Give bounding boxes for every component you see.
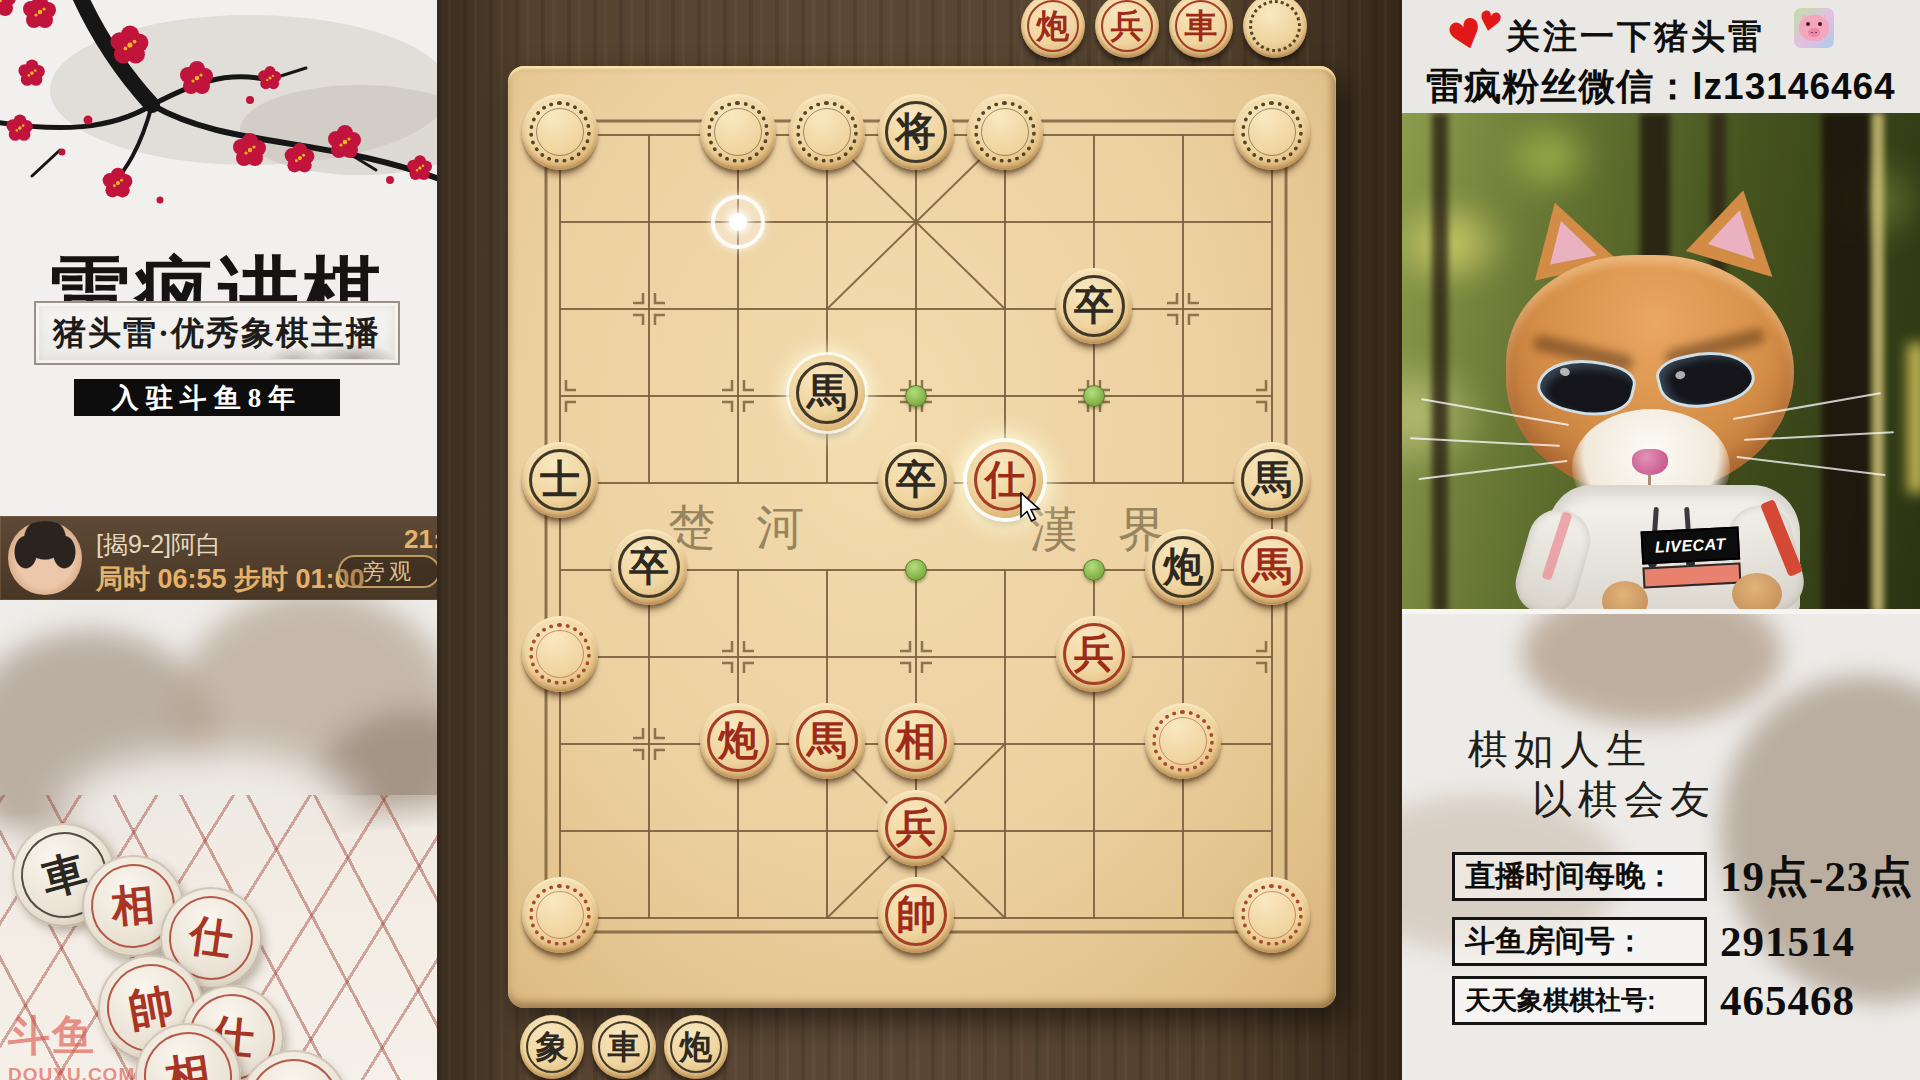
info-label: 斗鱼房间号： xyxy=(1452,917,1707,966)
info-row: 天天象棋棋社号:465468 xyxy=(1402,976,1920,1028)
piece-red-炮-r7c2[interactable]: 炮 xyxy=(700,703,776,779)
piece-red-馬-r5c8[interactable]: 馬 xyxy=(1234,529,1310,605)
player-name: [揭9-2]阿白 xyxy=(96,528,221,561)
opponent-player-bar: [揭9-2]阿白 局时 06:55 步时 01:00 21:4 旁观 xyxy=(0,516,437,600)
piece-black-炮-r5c7[interactable]: 炮 xyxy=(1145,529,1221,605)
piece-hidden-red-r9c8[interactable] xyxy=(1234,877,1310,953)
piece-red-兵-r6c6[interactable]: 兵 xyxy=(1056,616,1132,692)
river-label-left: 楚 河 xyxy=(668,501,818,554)
info-label: 天天象棋棋社号: xyxy=(1452,976,1707,1025)
left-branding-panel: 雷疯讲棋 猪头雷·优秀象棋主播 入驻斗鱼8年 [揭9-2]阿白 局时 06:55… xyxy=(0,0,437,1080)
info-value: 19点-23点 xyxy=(1720,852,1913,901)
piece-black-卒-r4c4[interactable]: 卒 xyxy=(878,442,954,518)
move-hint-dot[interactable] xyxy=(905,559,927,581)
douyu-watermark-cn: 斗鱼 xyxy=(8,1008,135,1064)
piece-red-帥-r9c4[interactable]: 帥 xyxy=(878,877,954,953)
streamer-subtitle: 猪头雷·优秀象棋主播 xyxy=(53,311,381,356)
douyu-watermark: 斗鱼 DOUYU.COM xyxy=(8,1008,135,1080)
game-area: 炮兵車 楚 河 漢 界 将卒馬士卒仕馬卒炮馬兵炮馬相兵帥 象車炮 xyxy=(437,0,1402,1080)
captured-top-hidden xyxy=(1243,0,1307,58)
piece-black-馬-r4c8[interactable]: 馬 xyxy=(1234,442,1310,518)
quote-line-1: 棋如人生 xyxy=(1468,722,1652,777)
captured-top-r-炮: 炮 xyxy=(1021,0,1085,58)
cat-nose xyxy=(1632,449,1668,475)
plum-blossom-art xyxy=(0,0,437,215)
info-panel: 棋如人生 以棋会友 直播时间每晚：19点-23点斗鱼房间号：291514天天象棋… xyxy=(1402,614,1920,1080)
cat-mascot-scene: LIVECAT xyxy=(1402,113,1920,611)
captured-top-r-兵: 兵 xyxy=(1095,0,1159,58)
info-value: 465468 xyxy=(1720,976,1855,1025)
hoodie-label: LIVECAT xyxy=(1641,526,1742,588)
info-label: 直播时间每晚： xyxy=(1452,852,1707,901)
piece-hidden-black-r0c3[interactable] xyxy=(789,94,865,170)
info-row: 斗鱼房间号：291514 xyxy=(1402,917,1920,969)
follow-promo-bar: ♥ ♥ 关注一下猪头雷 雷疯粉丝微信：lz13146464 xyxy=(1402,0,1920,113)
follow-text: 关注一下猪头雷 xyxy=(1506,14,1765,60)
piece-black-卒-r2c6[interactable]: 卒 xyxy=(1056,268,1132,344)
cat-paw-right xyxy=(1732,573,1782,611)
piece-hidden-black-r0c0[interactable] xyxy=(522,94,598,170)
stream-screenshot: 雷疯讲棋 猪头雷·优秀象棋主播 入驻斗鱼8年 [揭9-2]阿白 局时 06:55… xyxy=(0,0,1920,1080)
wall-clock: 21:4 xyxy=(404,524,437,555)
quote-line-2: 以棋会友 xyxy=(1532,772,1716,827)
move-hint-dot[interactable] xyxy=(1083,385,1105,407)
mountain-shape xyxy=(1522,614,1782,724)
piece-black-将-r0c4[interactable]: 将 xyxy=(878,94,954,170)
move-origin-ring xyxy=(711,195,765,249)
streamer-subtitle-banner: 猪头雷·优秀象棋主播 xyxy=(34,301,400,365)
wechat-line: 雷疯粉丝微信：lz13146464 xyxy=(1402,62,1920,112)
years-ribbon: 入驻斗鱼8年 xyxy=(74,379,340,416)
piece-hidden-black-r0c5[interactable] xyxy=(967,94,1043,170)
move-hint-dot[interactable] xyxy=(1083,559,1105,581)
captured-bottom-b-象: 象 xyxy=(520,1015,584,1079)
piece-red-兵-r8c4[interactable]: 兵 xyxy=(878,790,954,866)
piece-hidden-red-r9c0[interactable] xyxy=(522,877,598,953)
spectate-button[interactable]: 旁观 xyxy=(338,555,437,588)
right-stream-panel: ♥ ♥ 关注一下猪头雷 雷疯粉丝微信：lz13146464 xyxy=(1402,0,1920,1080)
xiangqi-board[interactable]: 楚 河 漢 界 将卒馬士卒仕馬卒炮馬兵炮馬相兵帥 xyxy=(508,66,1336,1008)
move-hint-dot[interactable] xyxy=(905,385,927,407)
piece-hidden-red-r7c7[interactable] xyxy=(1145,703,1221,779)
piece-hidden-black-r0c8[interactable] xyxy=(1234,94,1310,170)
tree-trunk xyxy=(1822,113,1870,611)
captured-top-r-車: 車 xyxy=(1169,0,1233,58)
piece-red-相-r7c4[interactable]: 相 xyxy=(878,703,954,779)
player-avatar xyxy=(8,521,82,595)
piece-black-馬-r3c3[interactable]: 馬 xyxy=(789,355,865,431)
heart-icon: ♥ xyxy=(1475,4,1505,39)
tree-light-edge xyxy=(1872,113,1884,611)
sunlight-sliver xyxy=(1908,343,1920,493)
hoodie-label-text: LIVECAT xyxy=(1641,526,1741,564)
player-timers: 局时 06:55 步时 01:00 xyxy=(96,561,365,597)
piece-hidden-red-r6c0[interactable] xyxy=(522,616,598,692)
piece-hidden-black-r0c2[interactable] xyxy=(700,94,776,170)
piece-red-馬-r7c3[interactable]: 馬 xyxy=(789,703,865,779)
pig-emoji-icon xyxy=(1794,8,1834,48)
piece-black-卒-r5c1[interactable]: 卒 xyxy=(611,529,687,605)
douyu-watermark-url: DOUYU.COM xyxy=(8,1064,135,1080)
mouse-cursor xyxy=(1018,492,1046,524)
tree-trunk xyxy=(1432,113,1448,611)
info-value: 291514 xyxy=(1720,917,1855,966)
captured-bottom-b-車: 車 xyxy=(592,1015,656,1079)
info-row: 直播时间每晚：19点-23点 xyxy=(1402,852,1920,904)
captured-bottom-b-炮: 炮 xyxy=(664,1015,728,1079)
piece-black-士-r4c0[interactable]: 士 xyxy=(522,442,598,518)
